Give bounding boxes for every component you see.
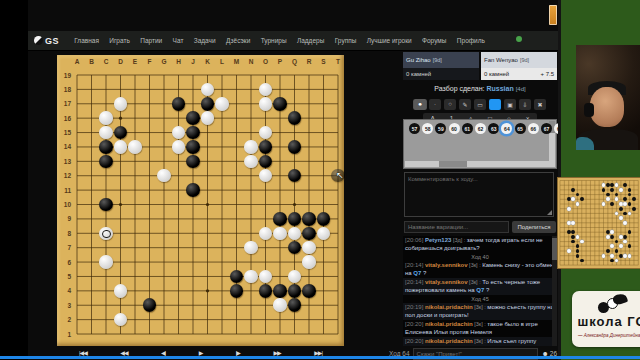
share-button[interactable]: Поделиться: [512, 221, 556, 233]
chat-timestamp: [20:06]: [405, 237, 425, 243]
preview-stone: [606, 249, 610, 253]
preview-stone: [619, 235, 623, 239]
stone-F3: [143, 298, 157, 312]
move-node-60[interactable]: 60: [449, 123, 460, 134]
coord-letter: S: [319, 58, 329, 65]
preview-stone: [602, 254, 606, 258]
reviewer-rank: [4d]: [516, 86, 526, 92]
preview-stone: [610, 188, 614, 192]
chat-move-link[interactable]: Ход 40: [403, 253, 557, 261]
coord-number: 3: [59, 302, 71, 309]
stone-R4: [302, 284, 316, 298]
preview-stone: [606, 230, 610, 234]
coord-number: 12: [59, 172, 71, 179]
move-node-64[interactable]: 64: [501, 123, 512, 134]
coord-letter: O: [261, 58, 271, 65]
chat-user-rank: [3к] :: [473, 338, 488, 344]
preview-stone: [623, 235, 627, 239]
stone-tool-icon[interactable]: ●: [413, 99, 427, 110]
white-player-rank: [9d]: [520, 57, 529, 63]
stone-R6: [302, 255, 316, 269]
stone-P4: [273, 284, 287, 298]
stone-P9: [273, 212, 287, 226]
stone-O14: [259, 140, 273, 154]
ogs-logo-text: GS: [45, 36, 59, 46]
chat-user-rank: [3д] :: [451, 237, 466, 243]
comment-placeholder: Комментировать к ходу...: [408, 176, 478, 182]
coord-number: 6: [59, 259, 71, 266]
nav-item-3[interactable]: Чат: [173, 37, 184, 44]
white-player-card[interactable]: Fan Wenyao[9d] 0 камней+ 7.5: [481, 52, 557, 82]
coord-letter: T: [333, 58, 343, 65]
preview-stone: [619, 188, 623, 192]
coord-number: 10: [59, 201, 71, 208]
coord-number: 11: [59, 187, 71, 194]
preview-stone: [628, 254, 632, 258]
chat-text: ?: [484, 287, 489, 293]
nav-item-7[interactable]: Ладдеры: [297, 37, 324, 44]
black-captures: 0 камней: [406, 71, 431, 77]
school-emblem-icon: [596, 294, 630, 314]
coord-letter: N: [246, 58, 256, 65]
stone-Q14: [288, 140, 302, 154]
stone-H14: [172, 140, 186, 154]
coord-letter: F: [145, 58, 155, 65]
move-node-57[interactable]: 57: [409, 123, 420, 134]
stone-J16: [186, 111, 200, 125]
chat-message: [20:06] Petyn123 [3д] : зачем тогда игра…: [403, 236, 557, 253]
move-node-62[interactable]: 62: [475, 123, 486, 134]
stone-D4: [114, 284, 128, 298]
stone-S9: [317, 212, 331, 226]
stone-P3: [273, 298, 287, 312]
coord-letter: E: [130, 58, 140, 65]
black-player-rank: [9d]: [433, 57, 442, 63]
stone-C14: [99, 140, 113, 154]
coord-number: 16: [59, 115, 71, 122]
bookmark-icon: [549, 5, 557, 25]
black-player-name: Gu Zihao: [406, 57, 431, 63]
copy-tool-icon[interactable]: ▣: [504, 99, 516, 110]
stone-C10: [99, 198, 113, 212]
preview-stone: [580, 197, 584, 201]
preview-stone: [571, 188, 575, 192]
stone-L17: [215, 97, 229, 111]
black-player-card[interactable]: Gu Zihao[9d] 0 камней: [403, 52, 479, 82]
chat-message: [20:20] nikolai.pridachin [3к] : Илья съ…: [403, 337, 557, 346]
stone-O4: [259, 284, 273, 298]
chat-user-rank: [3к] :: [468, 279, 483, 285]
chat-timestamp: [20:14]: [405, 279, 425, 285]
chat-username[interactable]: vitaly.sennikov: [425, 262, 468, 268]
stone-R9: [302, 212, 316, 226]
stream-overlay: школа ГО — Александра Динерштейна —: [558, 0, 640, 360]
eraser-tool-icon[interactable]: ▭: [474, 99, 486, 110]
nav-item-2[interactable]: Партии: [140, 37, 162, 44]
stone-G12: [157, 169, 171, 183]
preview-stone: [576, 235, 580, 239]
coord-number: 4: [59, 287, 71, 294]
preview-stone: [623, 202, 627, 206]
stone-E14: [128, 140, 142, 154]
coord-number: 8: [59, 230, 71, 237]
stone-R8: [302, 227, 316, 241]
delete-tool-icon[interactable]: ✖: [534, 99, 546, 110]
move-node-63[interactable]: 63: [488, 123, 499, 134]
review-label: Разбор сделан:: [434, 85, 484, 92]
coord-number: 14: [59, 143, 71, 150]
preview-stone: [632, 207, 636, 211]
coord-letter: C: [101, 58, 111, 65]
coord-letter: B: [87, 58, 97, 65]
coord-number: 7: [59, 244, 71, 251]
chat-move-link[interactable]: Ход 45: [403, 295, 557, 303]
preview-stone: [619, 216, 623, 220]
chat-username[interactable]: nikolai.pridachin: [425, 304, 473, 310]
coord-letter: R: [304, 58, 314, 65]
stone-D17: [114, 97, 128, 111]
coord-number: 15: [59, 129, 71, 136]
online-indicator-icon: [516, 36, 522, 42]
preview-stone: [619, 202, 623, 206]
coord-letter: A: [72, 58, 82, 65]
coord-letter: M: [232, 58, 242, 65]
right-panel: Gu Zihao[9d] 0 камней Fan Wenyao[9d] 0 к…: [403, 52, 557, 360]
stone-N7: [244, 241, 258, 255]
stone-C15: [99, 126, 113, 140]
preview-stone: [567, 197, 571, 201]
coord-number: 17: [59, 100, 71, 107]
nav-item-10[interactable]: Форумы: [422, 37, 446, 44]
stone-Q16: [288, 111, 302, 125]
school-name: школа ГО: [572, 314, 640, 329]
dot-tool-icon[interactable]: ·: [429, 99, 441, 110]
pencil-tool-icon[interactable]: ✎: [459, 99, 471, 110]
stone-H17: [172, 97, 186, 111]
preview-stone: [606, 183, 610, 187]
ogs-logo[interactable]: GS: [34, 36, 59, 46]
preview-stone: [580, 259, 584, 263]
variation-name-input[interactable]: Название вариации...: [404, 221, 509, 233]
preview-stone: [623, 221, 627, 225]
coord-number: 2: [59, 316, 71, 323]
stone-P8: [273, 227, 287, 241]
stone-J14: [186, 140, 200, 154]
webcam-video: [576, 45, 640, 150]
chat-message: [20:14] vitaly.sennikov [3к] : Камень сн…: [403, 261, 557, 278]
chat-timestamp: [20:20]: [405, 321, 425, 327]
stone-J11: [186, 183, 200, 197]
chat-scrollbar[interactable]: [552, 236, 557, 346]
coord-letter: P: [275, 58, 285, 65]
preview-stone: [610, 254, 614, 258]
ogs-stone-icon: [34, 36, 43, 45]
stone-C16: [99, 111, 113, 125]
stone-K17: [201, 97, 215, 111]
stone-R7: [302, 241, 316, 255]
stone-Q4: [288, 284, 302, 298]
nav-item-6[interactable]: Турниры: [261, 37, 287, 44]
move-node-58[interactable]: 58: [422, 123, 433, 134]
ogs-page: GS ГлавнаяИгратьПартииЧатЗадачиДзёсэкиТу…: [28, 0, 558, 360]
preview-stone: [567, 207, 571, 211]
stone-J15: [186, 126, 200, 140]
chat-text: ?: [421, 270, 426, 276]
preview-stone: [576, 254, 580, 258]
move-tree[interactable]: 575859606162636465666768697071: [403, 119, 557, 169]
coord-number: 1: [59, 331, 71, 338]
move-node-61[interactable]: 61: [462, 123, 473, 134]
chat-timestamp: [20:20]: [405, 338, 425, 344]
preview-stone: [623, 254, 627, 258]
coord-number: 9: [59, 215, 71, 222]
preview-stone: [567, 230, 571, 234]
nav-item-11[interactable]: Профиль: [457, 37, 485, 44]
color-swatch-icon[interactable]: [489, 99, 501, 110]
coord-letter: H: [174, 58, 184, 65]
movetree-hscrollbar[interactable]: [405, 161, 550, 167]
preview-stone: [576, 249, 580, 253]
coord-number: 18: [59, 86, 71, 93]
nav-item-5[interactable]: Дзёсэки: [226, 37, 250, 44]
chat-username[interactable]: nikolai.pridachin: [425, 338, 473, 344]
nav-item-4[interactable]: Задачи: [194, 37, 216, 44]
chat-user-rank: [3к] :: [473, 321, 488, 327]
chat-message: [20:20] nikolai.pridachin [3к] : такое б…: [403, 320, 557, 337]
stone-C6: [99, 255, 113, 269]
preview-stone: [576, 202, 580, 206]
variation-row: Название вариации... Поделиться: [404, 221, 556, 233]
preview-stone: [619, 254, 623, 258]
school-tagline: — Александра Динерштейна —: [572, 333, 640, 338]
stone-N5: [244, 270, 258, 284]
komi: + 7.5: [540, 71, 554, 77]
stone-J13: [186, 155, 200, 169]
coord-number: 13: [59, 158, 71, 165]
resize-grip[interactable]: [547, 210, 552, 215]
review-line: Разбор сделан: Russian [4d]: [403, 85, 557, 92]
stone-Q9: [288, 212, 302, 226]
stone-M4: [230, 284, 244, 298]
preview-stone: [610, 235, 614, 239]
chat-user-rank: [3к] :: [473, 304, 488, 310]
coord-letter: D: [116, 58, 126, 65]
white-captures: 0 камней: [484, 71, 509, 77]
coord-letter: Q: [290, 58, 300, 65]
navbar: GS ГлавнаяИгратьПартииЧатЗадачиДзёсэкиТу…: [28, 31, 558, 51]
school-logo: школа ГО — Александра Динерштейна —: [572, 291, 640, 347]
move-node-66[interactable]: 66: [528, 123, 539, 134]
streamer-face: [590, 87, 624, 127]
preview-stone: [610, 202, 614, 206]
nav-item-0[interactable]: Главная: [74, 37, 99, 44]
coord-number: 19: [59, 72, 71, 79]
nav-item-8[interactable]: Группы: [335, 37, 357, 44]
nav-item-1[interactable]: Играть: [109, 37, 130, 44]
move-node-67[interactable]: 67: [541, 123, 552, 134]
chat-user-rank: [3к] :: [468, 262, 483, 268]
preview-stone: [571, 235, 575, 239]
move-node-59[interactable]: 59: [435, 123, 446, 134]
chat-timestamp: [20:19]: [405, 304, 425, 310]
chat-timestamp: [20:14]: [405, 262, 425, 268]
download-tool-icon[interactable]: ⇩: [519, 99, 531, 110]
coord-letter: L: [217, 58, 227, 65]
preview-stone: [619, 244, 623, 248]
chat-username[interactable]: vitaly.sennikov: [425, 279, 468, 285]
stone-Q3: [288, 298, 302, 312]
coord-letter: J: [188, 58, 198, 65]
move-node-65[interactable]: 65: [515, 123, 526, 134]
stone-C8: [99, 227, 113, 241]
preview-stone: [602, 188, 606, 192]
stone-D14: [114, 140, 128, 154]
go-board[interactable]: ABCDEFGHJKLMNOPQRST191817161514131211109…: [57, 55, 344, 346]
preview-stone: [619, 207, 623, 211]
video-progress-bar[interactable]: [0, 356, 640, 359]
stone-O17: [259, 97, 273, 111]
stone-N13: [244, 155, 258, 169]
stream-frame: GS ГлавнаяИгратьПартииЧатЗадачиДзёсэкиТу…: [0, 0, 640, 360]
stone-P17: [273, 97, 287, 111]
preview-stone: [567, 249, 571, 253]
preview-stone: [571, 221, 575, 225]
chat-log: [20:06] Petyn123 [3д] : зачем тогда игра…: [403, 236, 557, 346]
chat-username[interactable]: nikolai.pridachin: [425, 321, 473, 327]
preview-stone: [606, 197, 610, 201]
analysis-toolbar: ●·○✎▭▣⇩✖: [409, 97, 551, 111]
stone-N14: [244, 140, 258, 154]
coord-number: 5: [59, 273, 71, 280]
stone-C13: [99, 155, 113, 169]
player-cards: Gu Zihao[9d] 0 камней Fan Wenyao[9d] 0 к…: [403, 52, 557, 82]
mouse-cursor-icon: ↖: [336, 170, 344, 180]
coord-letter: K: [203, 58, 213, 65]
reviewer-name[interactable]: Russian: [486, 85, 513, 92]
comment-input[interactable]: Комментировать к ходу...: [404, 172, 554, 217]
headphone-earcup: [584, 103, 594, 117]
coord-letter: G: [159, 58, 169, 65]
preview-stone: [567, 221, 571, 225]
streamer-shirt: [576, 137, 594, 150]
white-stone-tool-icon[interactable]: ○: [444, 99, 456, 110]
stone-K16: [201, 111, 215, 125]
last-move-marker: [102, 230, 111, 239]
nav-items: ГлавнаяИгратьПартииЧатЗадачиДзёсэкиТурни…: [69, 37, 490, 44]
preview-stone: [571, 230, 575, 234]
white-player-name: Fan Wenyao: [484, 57, 518, 63]
chat-message: [20:19] nikolai.pridachin [3к] : можно с…: [403, 303, 557, 320]
chat-message: [20:14] vitaly.sennikov [3к] : То есть ч…: [403, 278, 557, 295]
nav-item-9[interactable]: Лучшие игроки: [367, 37, 412, 44]
chat-username[interactable]: Petyn123: [425, 237, 451, 243]
preview-stone: [606, 235, 610, 239]
preview-go-board: [558, 178, 640, 268]
